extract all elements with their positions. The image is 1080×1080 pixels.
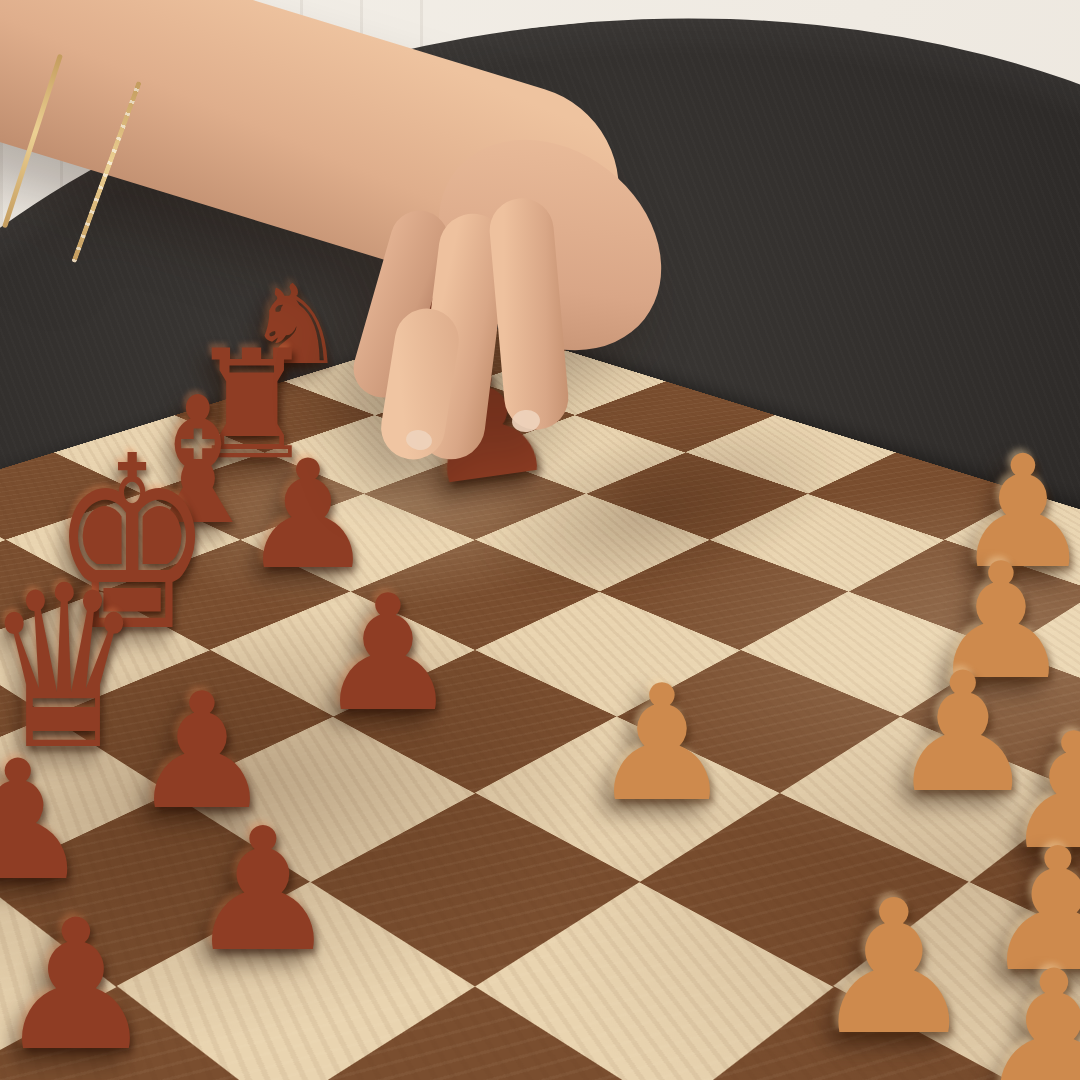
dark-pawn-a6[interactable]: ♟ <box>0 739 92 904</box>
dark-pawn-a4[interactable]: ♟ <box>0 896 157 1076</box>
light-pawn-e4[interactable]: ♟ <box>590 664 733 824</box>
dark-pawn-b5[interactable]: ♟ <box>187 805 339 975</box>
light-pawn-g2[interactable]: ♟ <box>811 876 977 1061</box>
dark-pawn-d5[interactable]: ♟ <box>316 574 459 734</box>
light-pawn-h2[interactable]: ♟ <box>973 947 1080 1080</box>
dark-pawn-f7[interactable]: ♟ <box>409 341 563 508</box>
pieces-layer: ♛♚♝♜♞♞♟♟♟♟♟♟♟♟♟♟♟♟♟♟♟ <box>0 0 1080 1080</box>
scene: ♛♚♝♜♞♞♟♟♟♟♟♟♟♟♟♟♟♟♟♟♟ <box>0 0 1080 1080</box>
